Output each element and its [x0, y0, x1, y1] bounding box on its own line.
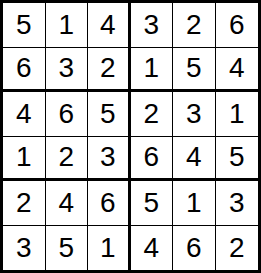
- cell-r4c3[interactable]: 3: [88, 137, 131, 182]
- cell-r4c4[interactable]: 6: [131, 137, 174, 182]
- cell-r5c1[interactable]: 2: [3, 181, 46, 226]
- cell-r2c3[interactable]: 2: [88, 48, 131, 93]
- cell-r2c2[interactable]: 3: [46, 48, 89, 93]
- cell-r3c3[interactable]: 5: [88, 92, 131, 137]
- cell-r1c5[interactable]: 2: [173, 3, 216, 48]
- cell-r1c4[interactable]: 3: [131, 3, 174, 48]
- cell-r6c5[interactable]: 6: [173, 226, 216, 271]
- cell-r2c6[interactable]: 4: [216, 48, 259, 93]
- cell-r4c6[interactable]: 5: [216, 137, 259, 182]
- cell-r5c3[interactable]: 6: [88, 181, 131, 226]
- cell-r6c1[interactable]: 3: [3, 226, 46, 271]
- cell-r5c6[interactable]: 3: [216, 181, 259, 226]
- cell-r6c3[interactable]: 1: [88, 226, 131, 271]
- cell-r6c6[interactable]: 2: [216, 226, 259, 271]
- cell-r5c2[interactable]: 4: [46, 181, 89, 226]
- cell-r5c4[interactable]: 5: [131, 181, 174, 226]
- cell-r1c1[interactable]: 5: [3, 3, 46, 48]
- cell-r5c5[interactable]: 1: [173, 181, 216, 226]
- cell-r6c4[interactable]: 4: [131, 226, 174, 271]
- cell-r3c5[interactable]: 3: [173, 92, 216, 137]
- cell-r4c1[interactable]: 1: [3, 137, 46, 182]
- cell-r3c1[interactable]: 4: [3, 92, 46, 137]
- cell-r2c5[interactable]: 5: [173, 48, 216, 93]
- cell-r4c5[interactable]: 4: [173, 137, 216, 182]
- cell-r3c6[interactable]: 1: [216, 92, 259, 137]
- cell-r6c2[interactable]: 5: [46, 226, 89, 271]
- cell-r4c2[interactable]: 2: [46, 137, 89, 182]
- cell-r2c1[interactable]: 6: [3, 48, 46, 93]
- cell-r3c4[interactable]: 2: [131, 92, 174, 137]
- cell-r3c2[interactable]: 6: [46, 92, 89, 137]
- sudoku-board: 514326632154465231123645246513351462: [0, 0, 261, 273]
- cell-r1c6[interactable]: 6: [216, 3, 259, 48]
- cell-r1c2[interactable]: 1: [46, 3, 89, 48]
- cell-r1c3[interactable]: 4: [88, 3, 131, 48]
- cell-r2c4[interactable]: 1: [131, 48, 174, 93]
